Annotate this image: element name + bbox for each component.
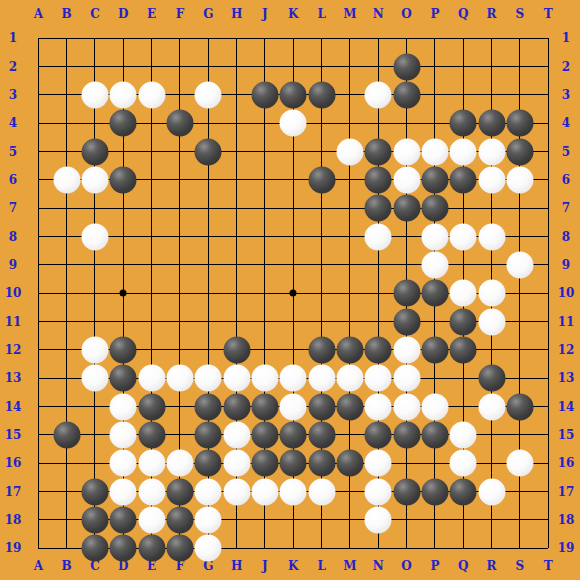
- intersection-N6[interactable]: [364, 166, 392, 194]
- intersection-F6[interactable]: [166, 166, 194, 194]
- intersection-G2[interactable]: [194, 52, 222, 80]
- intersection-T9[interactable]: [534, 251, 562, 279]
- intersection-S1[interactable]: [506, 24, 534, 52]
- intersection-P18[interactable]: [421, 506, 449, 534]
- intersection-M10[interactable]: [336, 279, 364, 307]
- intersection-K17[interactable]: [279, 477, 307, 505]
- intersection-C2[interactable]: [81, 52, 109, 80]
- intersection-T1[interactable]: [534, 24, 562, 52]
- intersection-H15[interactable]: [222, 421, 250, 449]
- intersection-M1[interactable]: [336, 24, 364, 52]
- intersection-C8[interactable]: [81, 222, 109, 250]
- intersection-M5[interactable]: [336, 137, 364, 165]
- intersection-Q15[interactable]: [449, 421, 477, 449]
- intersection-F18[interactable]: [166, 506, 194, 534]
- intersection-A2[interactable]: [24, 52, 52, 80]
- intersection-L16[interactable]: [307, 449, 335, 477]
- intersection-A13[interactable]: [24, 364, 52, 392]
- intersection-P17[interactable]: [421, 477, 449, 505]
- intersection-R9[interactable]: [477, 251, 505, 279]
- intersection-D5[interactable]: [109, 137, 137, 165]
- intersection-F2[interactable]: [166, 52, 194, 80]
- intersection-D15[interactable]: [109, 421, 137, 449]
- intersection-A12[interactable]: [24, 336, 52, 364]
- intersection-O16[interactable]: [392, 449, 420, 477]
- intersection-B14[interactable]: [52, 392, 80, 420]
- intersection-N18[interactable]: [364, 506, 392, 534]
- intersection-H8[interactable]: [222, 222, 250, 250]
- intersection-Q12[interactable]: [449, 336, 477, 364]
- intersection-B17[interactable]: [52, 477, 80, 505]
- intersection-L13[interactable]: [307, 364, 335, 392]
- intersection-N15[interactable]: [364, 421, 392, 449]
- intersection-M7[interactable]: [336, 194, 364, 222]
- intersection-H18[interactable]: [222, 506, 250, 534]
- intersection-E11[interactable]: [137, 307, 165, 335]
- intersection-A1[interactable]: [24, 24, 52, 52]
- intersection-K2[interactable]: [279, 52, 307, 80]
- intersection-Q18[interactable]: [449, 506, 477, 534]
- intersection-H2[interactable]: [222, 52, 250, 80]
- intersection-G17[interactable]: [194, 477, 222, 505]
- intersection-A3[interactable]: [24, 81, 52, 109]
- intersection-M3[interactable]: [336, 81, 364, 109]
- intersection-K12[interactable]: [279, 336, 307, 364]
- intersection-K8[interactable]: [279, 222, 307, 250]
- intersection-M2[interactable]: [336, 52, 364, 80]
- intersection-K7[interactable]: [279, 194, 307, 222]
- intersection-L9[interactable]: [307, 251, 335, 279]
- intersection-C9[interactable]: [81, 251, 109, 279]
- intersection-O2[interactable]: [392, 52, 420, 80]
- intersection-H5[interactable]: [222, 137, 250, 165]
- intersection-O3[interactable]: [392, 81, 420, 109]
- intersection-A10[interactable]: [24, 279, 52, 307]
- intersection-D6[interactable]: [109, 166, 137, 194]
- intersection-R7[interactable]: [477, 194, 505, 222]
- intersection-O1[interactable]: [392, 24, 420, 52]
- intersection-E14[interactable]: [137, 392, 165, 420]
- intersection-C13[interactable]: [81, 364, 109, 392]
- intersection-E1[interactable]: [137, 24, 165, 52]
- intersection-C6[interactable]: [81, 166, 109, 194]
- intersection-B8[interactable]: [52, 222, 80, 250]
- intersection-R11[interactable]: [477, 307, 505, 335]
- intersection-S10[interactable]: [506, 279, 534, 307]
- intersection-F15[interactable]: [166, 421, 194, 449]
- intersection-C11[interactable]: [81, 307, 109, 335]
- intersection-L6[interactable]: [307, 166, 335, 194]
- intersection-C16[interactable]: [81, 449, 109, 477]
- intersection-A11[interactable]: [24, 307, 52, 335]
- intersection-K13[interactable]: [279, 364, 307, 392]
- intersection-J8[interactable]: [251, 222, 279, 250]
- intersection-E17[interactable]: [137, 477, 165, 505]
- intersection-O9[interactable]: [392, 251, 420, 279]
- intersection-O10[interactable]: [392, 279, 420, 307]
- intersection-Q7[interactable]: [449, 194, 477, 222]
- intersection-E8[interactable]: [137, 222, 165, 250]
- intersection-G13[interactable]: [194, 364, 222, 392]
- intersection-C17[interactable]: [81, 477, 109, 505]
- intersection-K1[interactable]: [279, 24, 307, 52]
- intersection-C10[interactable]: [81, 279, 109, 307]
- intersection-B7[interactable]: [52, 194, 80, 222]
- intersection-J2[interactable]: [251, 52, 279, 80]
- intersection-E13[interactable]: [137, 364, 165, 392]
- intersection-N17[interactable]: [364, 477, 392, 505]
- intersection-H6[interactable]: [222, 166, 250, 194]
- intersection-C7[interactable]: [81, 194, 109, 222]
- intersection-P2[interactable]: [421, 52, 449, 80]
- intersection-H17[interactable]: [222, 477, 250, 505]
- intersection-G1[interactable]: [194, 24, 222, 52]
- intersection-P13[interactable]: [421, 364, 449, 392]
- intersection-H1[interactable]: [222, 24, 250, 52]
- intersection-R6[interactable]: [477, 166, 505, 194]
- intersection-F3[interactable]: [166, 81, 194, 109]
- intersection-A9[interactable]: [24, 251, 52, 279]
- intersection-C5[interactable]: [81, 137, 109, 165]
- intersection-O17[interactable]: [392, 477, 420, 505]
- intersection-H12[interactable]: [222, 336, 250, 364]
- intersection-N9[interactable]: [364, 251, 392, 279]
- intersection-G12[interactable]: [194, 336, 222, 364]
- intersection-A7[interactable]: [24, 194, 52, 222]
- intersection-K16[interactable]: [279, 449, 307, 477]
- intersection-M18[interactable]: [336, 506, 364, 534]
- intersection-R4[interactable]: [477, 109, 505, 137]
- intersection-F5[interactable]: [166, 137, 194, 165]
- intersection-S9[interactable]: [506, 251, 534, 279]
- intersection-F17[interactable]: [166, 477, 194, 505]
- intersection-L7[interactable]: [307, 194, 335, 222]
- intersection-A18[interactable]: [24, 506, 52, 534]
- intersection-D16[interactable]: [109, 449, 137, 477]
- intersection-G8[interactable]: [194, 222, 222, 250]
- intersection-S8[interactable]: [506, 222, 534, 250]
- intersection-D13[interactable]: [109, 364, 137, 392]
- intersection-F1[interactable]: [166, 24, 194, 52]
- intersection-B10[interactable]: [52, 279, 80, 307]
- intersection-G14[interactable]: [194, 392, 222, 420]
- intersection-N14[interactable]: [364, 392, 392, 420]
- intersection-L18[interactable]: [307, 506, 335, 534]
- intersection-N12[interactable]: [364, 336, 392, 364]
- intersection-S7[interactable]: [506, 194, 534, 222]
- intersection-Q8[interactable]: [449, 222, 477, 250]
- intersection-R1[interactable]: [477, 24, 505, 52]
- intersection-P1[interactable]: [421, 24, 449, 52]
- intersection-Q3[interactable]: [449, 81, 477, 109]
- intersection-E7[interactable]: [137, 194, 165, 222]
- intersection-K11[interactable]: [279, 307, 307, 335]
- intersection-B13[interactable]: [52, 364, 80, 392]
- intersection-L1[interactable]: [307, 24, 335, 52]
- intersection-D12[interactable]: [109, 336, 137, 364]
- intersection-H9[interactable]: [222, 251, 250, 279]
- intersection-B6[interactable]: [52, 166, 80, 194]
- intersection-P15[interactable]: [421, 421, 449, 449]
- intersection-R3[interactable]: [477, 81, 505, 109]
- intersection-H13[interactable]: [222, 364, 250, 392]
- intersection-F8[interactable]: [166, 222, 194, 250]
- intersection-K5[interactable]: [279, 137, 307, 165]
- intersection-C18[interactable]: [81, 506, 109, 534]
- intersection-O12[interactable]: [392, 336, 420, 364]
- intersection-E5[interactable]: [137, 137, 165, 165]
- intersection-C15[interactable]: [81, 421, 109, 449]
- intersection-Q11[interactable]: [449, 307, 477, 335]
- intersection-T7[interactable]: [534, 194, 562, 222]
- intersection-B12[interactable]: [52, 336, 80, 364]
- intersection-T5[interactable]: [534, 137, 562, 165]
- intersection-P5[interactable]: [421, 137, 449, 165]
- intersection-J6[interactable]: [251, 166, 279, 194]
- intersection-K3[interactable]: [279, 81, 307, 109]
- intersection-S15[interactable]: [506, 421, 534, 449]
- intersection-C3[interactable]: [81, 81, 109, 109]
- intersection-E10[interactable]: [137, 279, 165, 307]
- intersection-G4[interactable]: [194, 109, 222, 137]
- intersection-Q1[interactable]: [449, 24, 477, 52]
- intersection-M4[interactable]: [336, 109, 364, 137]
- intersection-R16[interactable]: [477, 449, 505, 477]
- intersection-J1[interactable]: [251, 24, 279, 52]
- intersection-N3[interactable]: [364, 81, 392, 109]
- intersection-R5[interactable]: [477, 137, 505, 165]
- intersection-M12[interactable]: [336, 336, 364, 364]
- intersection-H10[interactable]: [222, 279, 250, 307]
- intersection-E9[interactable]: [137, 251, 165, 279]
- intersection-C1[interactable]: [81, 24, 109, 52]
- intersection-J5[interactable]: [251, 137, 279, 165]
- intersection-Q14[interactable]: [449, 392, 477, 420]
- intersection-O15[interactable]: [392, 421, 420, 449]
- intersection-J9[interactable]: [251, 251, 279, 279]
- intersection-A16[interactable]: [24, 449, 52, 477]
- intersection-T4[interactable]: [534, 109, 562, 137]
- intersection-J11[interactable]: [251, 307, 279, 335]
- intersection-H11[interactable]: [222, 307, 250, 335]
- intersection-Q2[interactable]: [449, 52, 477, 80]
- intersection-S18[interactable]: [506, 506, 534, 534]
- intersection-R13[interactable]: [477, 364, 505, 392]
- intersection-A4[interactable]: [24, 109, 52, 137]
- intersection-L11[interactable]: [307, 307, 335, 335]
- intersection-P10[interactable]: [421, 279, 449, 307]
- intersection-S11[interactable]: [506, 307, 534, 335]
- intersection-E15[interactable]: [137, 421, 165, 449]
- intersection-L2[interactable]: [307, 52, 335, 80]
- intersection-L5[interactable]: [307, 137, 335, 165]
- intersection-B9[interactable]: [52, 251, 80, 279]
- intersection-D17[interactable]: [109, 477, 137, 505]
- intersection-B3[interactable]: [52, 81, 80, 109]
- intersection-E2[interactable]: [137, 52, 165, 80]
- intersection-C4[interactable]: [81, 109, 109, 137]
- intersection-P9[interactable]: [421, 251, 449, 279]
- intersection-P14[interactable]: [421, 392, 449, 420]
- intersection-Q10[interactable]: [449, 279, 477, 307]
- intersection-P11[interactable]: [421, 307, 449, 335]
- intersection-E6[interactable]: [137, 166, 165, 194]
- intersection-K9[interactable]: [279, 251, 307, 279]
- intersection-Q4[interactable]: [449, 109, 477, 137]
- intersection-K14[interactable]: [279, 392, 307, 420]
- intersection-A14[interactable]: [24, 392, 52, 420]
- intersection-S3[interactable]: [506, 81, 534, 109]
- intersection-P6[interactable]: [421, 166, 449, 194]
- intersection-N7[interactable]: [364, 194, 392, 222]
- intersection-R2[interactable]: [477, 52, 505, 80]
- intersection-N2[interactable]: [364, 52, 392, 80]
- intersection-N5[interactable]: [364, 137, 392, 165]
- intersection-D4[interactable]: [109, 109, 137, 137]
- intersection-L3[interactable]: [307, 81, 335, 109]
- intersection-M9[interactable]: [336, 251, 364, 279]
- intersection-Q6[interactable]: [449, 166, 477, 194]
- intersection-R15[interactable]: [477, 421, 505, 449]
- intersection-M13[interactable]: [336, 364, 364, 392]
- intersection-L4[interactable]: [307, 109, 335, 137]
- intersection-T8[interactable]: [534, 222, 562, 250]
- intersection-L17[interactable]: [307, 477, 335, 505]
- intersection-E18[interactable]: [137, 506, 165, 534]
- intersection-S13[interactable]: [506, 364, 534, 392]
- intersection-J13[interactable]: [251, 364, 279, 392]
- intersection-G9[interactable]: [194, 251, 222, 279]
- intersection-D14[interactable]: [109, 392, 137, 420]
- intersection-B4[interactable]: [52, 109, 80, 137]
- intersection-P8[interactable]: [421, 222, 449, 250]
- intersection-N16[interactable]: [364, 449, 392, 477]
- intersection-G11[interactable]: [194, 307, 222, 335]
- intersection-S14[interactable]: [506, 392, 534, 420]
- intersection-H3[interactable]: [222, 81, 250, 109]
- intersection-G5[interactable]: [194, 137, 222, 165]
- intersection-F16[interactable]: [166, 449, 194, 477]
- intersection-K18[interactable]: [279, 506, 307, 534]
- intersection-B2[interactable]: [52, 52, 80, 80]
- intersection-E19[interactable]: [137, 534, 165, 562]
- intersection-E3[interactable]: [137, 81, 165, 109]
- intersection-B5[interactable]: [52, 137, 80, 165]
- intersection-J17[interactable]: [251, 477, 279, 505]
- intersection-F7[interactable]: [166, 194, 194, 222]
- intersection-S4[interactable]: [506, 109, 534, 137]
- intersection-B1[interactable]: [52, 24, 80, 52]
- intersection-D8[interactable]: [109, 222, 137, 250]
- intersection-O13[interactable]: [392, 364, 420, 392]
- intersection-F11[interactable]: [166, 307, 194, 335]
- intersection-E4[interactable]: [137, 109, 165, 137]
- intersection-N1[interactable]: [364, 24, 392, 52]
- intersection-E16[interactable]: [137, 449, 165, 477]
- intersection-R10[interactable]: [477, 279, 505, 307]
- intersection-A5[interactable]: [24, 137, 52, 165]
- intersection-F10[interactable]: [166, 279, 194, 307]
- intersection-F12[interactable]: [166, 336, 194, 364]
- intersection-F19[interactable]: [166, 534, 194, 562]
- intersection-S12[interactable]: [506, 336, 534, 364]
- intersection-L10[interactable]: [307, 279, 335, 307]
- intersection-B18[interactable]: [52, 506, 80, 534]
- intersection-E12[interactable]: [137, 336, 165, 364]
- intersection-S6[interactable]: [506, 166, 534, 194]
- intersection-O18[interactable]: [392, 506, 420, 534]
- intersection-L12[interactable]: [307, 336, 335, 364]
- intersection-H7[interactable]: [222, 194, 250, 222]
- intersection-N8[interactable]: [364, 222, 392, 250]
- intersection-G10[interactable]: [194, 279, 222, 307]
- intersection-Q9[interactable]: [449, 251, 477, 279]
- intersection-K15[interactable]: [279, 421, 307, 449]
- intersection-O11[interactable]: [392, 307, 420, 335]
- intersection-J4[interactable]: [251, 109, 279, 137]
- intersection-H4[interactable]: [222, 109, 250, 137]
- intersection-M8[interactable]: [336, 222, 364, 250]
- intersection-K4[interactable]: [279, 109, 307, 137]
- intersection-M6[interactable]: [336, 166, 364, 194]
- intersection-J15[interactable]: [251, 421, 279, 449]
- intersection-G3[interactable]: [194, 81, 222, 109]
- intersection-N10[interactable]: [364, 279, 392, 307]
- intersection-N4[interactable]: [364, 109, 392, 137]
- intersection-O4[interactable]: [392, 109, 420, 137]
- intersection-S2[interactable]: [506, 52, 534, 80]
- intersection-B11[interactable]: [52, 307, 80, 335]
- intersection-O5[interactable]: [392, 137, 420, 165]
- intersection-F13[interactable]: [166, 364, 194, 392]
- intersection-A6[interactable]: [24, 166, 52, 194]
- intersection-D7[interactable]: [109, 194, 137, 222]
- intersection-P4[interactable]: [421, 109, 449, 137]
- intersection-J18[interactable]: [251, 506, 279, 534]
- intersection-A8[interactable]: [24, 222, 52, 250]
- intersection-M14[interactable]: [336, 392, 364, 420]
- intersection-R8[interactable]: [477, 222, 505, 250]
- intersection-C12[interactable]: [81, 336, 109, 364]
- intersection-N11[interactable]: [364, 307, 392, 335]
- intersection-H14[interactable]: [222, 392, 250, 420]
- intersection-D3[interactable]: [109, 81, 137, 109]
- intersection-O8[interactable]: [392, 222, 420, 250]
- intersection-P3[interactable]: [421, 81, 449, 109]
- intersection-M11[interactable]: [336, 307, 364, 335]
- intersection-Q17[interactable]: [449, 477, 477, 505]
- intersection-O14[interactable]: [392, 392, 420, 420]
- intersection-D9[interactable]: [109, 251, 137, 279]
- intersection-T3[interactable]: [534, 81, 562, 109]
- intersection-B16[interactable]: [52, 449, 80, 477]
- intersection-G15[interactable]: [194, 421, 222, 449]
- intersection-O7[interactable]: [392, 194, 420, 222]
- intersection-J16[interactable]: [251, 449, 279, 477]
- intersection-A15[interactable]: [24, 421, 52, 449]
- intersection-G6[interactable]: [194, 166, 222, 194]
- intersection-Q5[interactable]: [449, 137, 477, 165]
- intersection-F14[interactable]: [166, 392, 194, 420]
- intersection-A17[interactable]: [24, 477, 52, 505]
- intersection-D11[interactable]: [109, 307, 137, 335]
- intersection-G19[interactable]: [194, 534, 222, 562]
- intersection-S17[interactable]: [506, 477, 534, 505]
- intersection-G16[interactable]: [194, 449, 222, 477]
- intersection-J3[interactable]: [251, 81, 279, 109]
- intersection-R12[interactable]: [477, 336, 505, 364]
- intersection-P7[interactable]: [421, 194, 449, 222]
